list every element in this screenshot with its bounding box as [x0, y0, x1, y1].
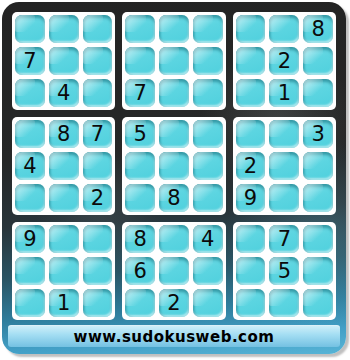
cell-r8c1[interactable]	[15, 257, 45, 285]
sudoku-board: 74782187425832991846275	[2, 2, 346, 320]
cell-value: 5	[278, 261, 291, 282]
cell-r3c1[interactable]	[15, 79, 45, 107]
cell-value: 3	[311, 124, 324, 145]
cell-r5c7[interactable]: 2	[236, 152, 266, 180]
cell-value: 4	[201, 229, 214, 250]
cell-value: 7	[278, 229, 291, 250]
box-2: 7	[122, 12, 225, 110]
cell-r2c5[interactable]	[159, 47, 189, 75]
cell-r1c2[interactable]	[49, 15, 79, 43]
cell-r6c2[interactable]	[49, 184, 79, 212]
cell-r5c8[interactable]	[269, 152, 299, 180]
box-1: 74	[12, 12, 115, 110]
cell-r3c8[interactable]: 1	[269, 79, 299, 107]
cell-r5c6[interactable]	[193, 152, 223, 180]
cell-r7c2[interactable]	[49, 225, 79, 253]
cell-r6c6[interactable]	[193, 184, 223, 212]
cell-r9c9[interactable]	[303, 289, 333, 317]
cell-value: 8	[311, 19, 324, 40]
cell-r4c3[interactable]: 7	[83, 120, 113, 148]
cell-r2c6[interactable]	[193, 47, 223, 75]
box-7: 91	[12, 222, 115, 320]
cell-r4c5[interactable]	[159, 120, 189, 148]
cell-r8c3[interactable]	[83, 257, 113, 285]
cell-value: 7	[134, 83, 147, 104]
box-3: 821	[233, 12, 336, 110]
cell-r2c4[interactable]	[125, 47, 155, 75]
cell-r1c3[interactable]	[83, 15, 113, 43]
cell-r4c2[interactable]: 8	[49, 120, 79, 148]
cell-r9c3[interactable]	[83, 289, 113, 317]
cell-r4c8[interactable]	[269, 120, 299, 148]
cell-r1c5[interactable]	[159, 15, 189, 43]
cell-r9c8[interactable]	[269, 289, 299, 317]
cell-r7c5[interactable]	[159, 225, 189, 253]
website-url: www.sudokusweb.com	[74, 328, 275, 346]
cell-r6c7[interactable]: 9	[236, 184, 266, 212]
cell-value: 1	[278, 83, 291, 104]
board-frame: 74782187425832991846275 www.sudokusweb.c…	[2, 2, 346, 354]
cell-value: 7	[91, 124, 104, 145]
cell-value: 4	[23, 156, 36, 177]
cell-r1c6[interactable]	[193, 15, 223, 43]
cell-value: 9	[244, 188, 257, 209]
cell-r6c1[interactable]	[15, 184, 45, 212]
cell-r9c4[interactable]	[125, 289, 155, 317]
box-5: 58	[122, 117, 225, 215]
cell-r3c7[interactable]	[236, 79, 266, 107]
cell-r9c5[interactable]: 2	[159, 289, 189, 317]
cell-r9c7[interactable]	[236, 289, 266, 317]
cell-r4c7[interactable]	[236, 120, 266, 148]
cell-r2c8[interactable]: 2	[269, 47, 299, 75]
cell-r8c6[interactable]	[193, 257, 223, 285]
cell-r6c4[interactable]	[125, 184, 155, 212]
cell-r4c4[interactable]: 5	[125, 120, 155, 148]
cell-r8c4[interactable]: 6	[125, 257, 155, 285]
cell-value: 2	[91, 188, 104, 209]
cell-r7c3[interactable]	[83, 225, 113, 253]
cell-r6c9[interactable]	[303, 184, 333, 212]
cell-r3c4[interactable]: 7	[125, 79, 155, 107]
cell-r3c3[interactable]	[83, 79, 113, 107]
cell-r9c1[interactable]	[15, 289, 45, 317]
cell-r8c7[interactable]	[236, 257, 266, 285]
cell-value: 8	[167, 188, 180, 209]
cell-r4c6[interactable]	[193, 120, 223, 148]
cell-r8c2[interactable]	[49, 257, 79, 285]
cell-r7c6[interactable]: 4	[193, 225, 223, 253]
cell-r7c9[interactable]	[303, 225, 333, 253]
cell-value: 6	[134, 261, 147, 282]
cell-value: 4	[57, 83, 70, 104]
cell-r5c1[interactable]: 4	[15, 152, 45, 180]
cell-r6c3[interactable]: 2	[83, 184, 113, 212]
cell-r1c8[interactable]	[269, 15, 299, 43]
cell-r5c3[interactable]	[83, 152, 113, 180]
cell-r1c4[interactable]	[125, 15, 155, 43]
cell-r2c1[interactable]: 7	[15, 47, 45, 75]
cell-value: 5	[134, 124, 147, 145]
cell-r1c7[interactable]	[236, 15, 266, 43]
box-8: 8462	[122, 222, 225, 320]
box-4: 8742	[12, 117, 115, 215]
cell-r3c9[interactable]	[303, 79, 333, 107]
cell-r7c7[interactable]	[236, 225, 266, 253]
cell-r6c5[interactable]: 8	[159, 184, 189, 212]
cell-r5c5[interactable]	[159, 152, 189, 180]
cell-value: 2	[278, 51, 291, 72]
cell-r2c7[interactable]	[236, 47, 266, 75]
cell-value: 7	[23, 51, 36, 72]
cell-r8c9[interactable]	[303, 257, 333, 285]
cell-r7c1[interactable]: 9	[15, 225, 45, 253]
cell-r5c2[interactable]	[49, 152, 79, 180]
cell-r9c2[interactable]: 1	[49, 289, 79, 317]
cell-r7c8[interactable]: 7	[269, 225, 299, 253]
cell-r1c1[interactable]	[15, 15, 45, 43]
cell-r2c3[interactable]	[83, 47, 113, 75]
cell-r4c1[interactable]	[15, 120, 45, 148]
cell-r6c8[interactable]	[269, 184, 299, 212]
cell-r2c2[interactable]	[49, 47, 79, 75]
footer-bar: www.sudokusweb.com	[8, 325, 340, 347]
cell-value: 9	[23, 229, 36, 250]
cell-r5c4[interactable]	[125, 152, 155, 180]
cell-r9c6[interactable]	[193, 289, 223, 317]
cell-value: 1	[57, 293, 70, 314]
cell-r3c2[interactable]: 4	[49, 79, 79, 107]
cell-r2c9[interactable]	[303, 47, 333, 75]
cell-r4c9[interactable]: 3	[303, 120, 333, 148]
cell-r3c5[interactable]	[159, 79, 189, 107]
cell-r5c9[interactable]	[303, 152, 333, 180]
cell-value: 8	[134, 229, 147, 250]
box-6: 329	[233, 117, 336, 215]
box-9: 75	[233, 222, 336, 320]
cell-r3c6[interactable]	[193, 79, 223, 107]
cell-r1c9[interactable]: 8	[303, 15, 333, 43]
cell-value: 2	[244, 156, 257, 177]
cell-r8c5[interactable]	[159, 257, 189, 285]
cell-value: 8	[57, 124, 70, 145]
cell-value: 2	[167, 293, 180, 314]
cell-r7c4[interactable]: 8	[125, 225, 155, 253]
cell-r8c8[interactable]: 5	[269, 257, 299, 285]
